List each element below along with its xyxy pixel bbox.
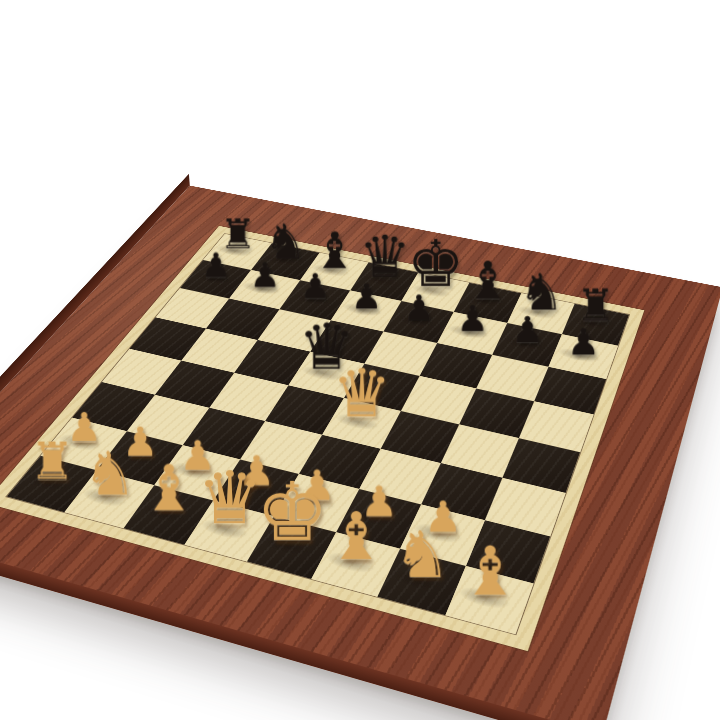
king-glyph: ♚ bbox=[407, 234, 464, 295]
bishop-glyph: ♝ bbox=[327, 505, 386, 567]
chess-board: ♜♞♝♛♚♝♞♜♟♟♟♟♟♟♟♟♛♛♟♟♟♟♟♟♟♜♞♝♛♚♝♞♝ bbox=[0, 186, 720, 720]
pawn-glyph: ♟ bbox=[457, 302, 489, 336]
perspective-scene: ♜♞♝♛♚♝♞♜♟♟♟♟♟♟♟♟♛♛♟♟♟♟♟♟♟♜♞♝♛♚♝♞♝ bbox=[0, 0, 720, 720]
queen-glyph: ♛ bbox=[197, 464, 262, 533]
photo-stage: ♜♞♝♛♚♝♞♜♟♟♟♟♟♟♟♟♛♛♟♟♟♟♟♟♟♜♞♝♛♚♝♞♝ bbox=[0, 0, 720, 720]
board-squares: ♜♞♝♛♚♝♞♜♟♟♟♟♟♟♟♟♛♛♟♟♟♟♟♟♟♜♞♝♛♚♝♞♝ bbox=[7, 234, 629, 634]
knight-glyph: ♞ bbox=[83, 445, 137, 502]
king-glyph: ♚ bbox=[256, 473, 328, 550]
bishop-glyph: ♝ bbox=[460, 538, 521, 602]
pawn-glyph: ♟ bbox=[511, 313, 543, 347]
pawn-glyph: ♟ bbox=[403, 291, 435, 325]
pawn-glyph: ♟ bbox=[567, 324, 600, 359]
rook-glyph: ♜ bbox=[29, 438, 74, 486]
queen-glyph: ♛ bbox=[332, 363, 392, 426]
bishop-glyph: ♝ bbox=[141, 458, 198, 518]
pawn-glyph: ♟ bbox=[351, 280, 382, 313]
pawn-glyph: ♟ bbox=[300, 270, 331, 303]
pawn-glyph: ♟ bbox=[201, 249, 231, 281]
pawn-glyph: ♟ bbox=[250, 259, 281, 291]
knight-glyph: ♞ bbox=[393, 524, 451, 585]
square-h5[interactable] bbox=[519, 401, 594, 452]
